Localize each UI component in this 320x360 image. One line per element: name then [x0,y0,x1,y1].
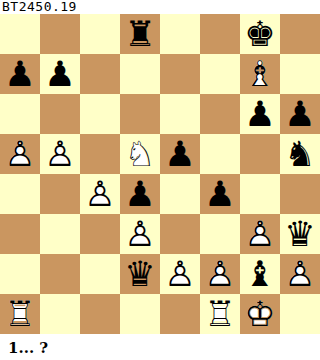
square-e3[interactable] [160,214,200,254]
square-f6[interactable] [200,94,240,134]
square-d4[interactable]: ♟ [120,174,160,214]
black-king-g8: ♚ [240,14,280,54]
square-g2[interactable]: ♝ [240,254,280,294]
square-c2[interactable] [80,254,120,294]
piece-glyph-outline: ♙ [200,254,240,294]
white-bishop-g7: ♝♗ [240,54,280,94]
piece-glyph: ♛ [280,214,320,254]
square-d3[interactable]: ♟♙ [120,214,160,254]
square-f1[interactable]: ♜♖ [200,294,240,334]
square-c1[interactable] [80,294,120,334]
piece-glyph-outline: ♗ [240,54,280,94]
square-a7[interactable]: ♟ [0,54,40,94]
white-rook-a1: ♜♖ [0,294,40,334]
square-d2[interactable]: ♛ [120,254,160,294]
square-d7[interactable] [120,54,160,94]
square-g7[interactable]: ♝♗ [240,54,280,94]
square-b4[interactable] [40,174,80,214]
square-g5[interactable] [240,134,280,174]
piece-glyph: ♜ [120,14,160,54]
piece-glyph-outline: ♘ [120,134,160,174]
square-h8[interactable] [280,14,320,54]
square-b6[interactable] [40,94,80,134]
white-pawn-d3: ♟♙ [120,214,160,254]
piece-glyph-outline: ♔ [240,294,280,334]
square-a5[interactable]: ♟♙ [0,134,40,174]
square-e6[interactable] [160,94,200,134]
move-prompt: 1... ? [0,334,320,360]
white-knight-d5: ♞♘ [120,134,160,174]
square-a4[interactable] [0,174,40,214]
square-a1[interactable]: ♜♖ [0,294,40,334]
square-a3[interactable] [0,214,40,254]
square-g3[interactable]: ♟♙ [240,214,280,254]
piece-glyph: ♟ [160,134,200,174]
black-rook-d8: ♜ [120,14,160,54]
square-h1[interactable] [280,294,320,334]
piece-glyph: ♝ [240,254,280,294]
square-g6[interactable]: ♟ [240,94,280,134]
black-pawn-f4: ♟ [200,174,240,214]
piece-glyph: ♟ [120,174,160,214]
white-pawn-e2: ♟♙ [160,254,200,294]
chess-board: ♜♚♟♟♝♗♟♟♟♙♟♙♞♘♟♞♟♙♟♟♟♙♟♙♛♛♟♙♟♙♝♟♙♜♖♜♖♚♔ [0,14,320,334]
black-pawn-d4: ♟ [120,174,160,214]
puzzle-id: BT2450.19 [0,0,320,14]
square-g4[interactable] [240,174,280,214]
piece-glyph: ♚ [240,14,280,54]
square-d6[interactable] [120,94,160,134]
square-h5[interactable]: ♞ [280,134,320,174]
square-d5[interactable]: ♞♘ [120,134,160,174]
piece-glyph-outline: ♙ [160,254,200,294]
piece-glyph-outline: ♙ [40,134,80,174]
white-pawn-a5: ♟♙ [0,134,40,174]
piece-glyph: ♟ [0,54,40,94]
square-h7[interactable] [280,54,320,94]
square-e7[interactable] [160,54,200,94]
black-pawn-g6: ♟ [240,94,280,134]
piece-glyph: ♟ [240,94,280,134]
square-f2[interactable]: ♟♙ [200,254,240,294]
square-c3[interactable] [80,214,120,254]
piece-glyph-outline: ♙ [280,254,320,294]
square-f3[interactable] [200,214,240,254]
black-queen-h3: ♛ [280,214,320,254]
white-pawn-c4: ♟♙ [80,174,120,214]
piece-glyph-outline: ♖ [200,294,240,334]
piece-glyph-outline: ♙ [240,214,280,254]
square-b2[interactable] [40,254,80,294]
square-f5[interactable] [200,134,240,174]
square-e5[interactable]: ♟ [160,134,200,174]
square-e8[interactable] [160,14,200,54]
square-c6[interactable] [80,94,120,134]
black-knight-h5: ♞ [280,134,320,174]
black-queen-d2: ♛ [120,254,160,294]
square-f8[interactable] [200,14,240,54]
white-pawn-f2: ♟♙ [200,254,240,294]
square-b1[interactable] [40,294,80,334]
square-e4[interactable] [160,174,200,214]
chess-puzzle-screen: BT2450.19 ♜♚♟♟♝♗♟♟♟♙♟♙♞♘♟♞♟♙♟♟♟♙♟♙♛♛♟♙♟♙… [0,0,320,360]
square-g8[interactable]: ♚ [240,14,280,54]
square-e2[interactable]: ♟♙ [160,254,200,294]
piece-glyph: ♛ [120,254,160,294]
square-f4[interactable]: ♟ [200,174,240,214]
square-b7[interactable]: ♟ [40,54,80,94]
square-c7[interactable] [80,54,120,94]
piece-glyph: ♟ [40,54,80,94]
square-h2[interactable]: ♟♙ [280,254,320,294]
square-g1[interactable]: ♚♔ [240,294,280,334]
square-c5[interactable] [80,134,120,174]
white-pawn-b5: ♟♙ [40,134,80,174]
square-b5[interactable]: ♟♙ [40,134,80,174]
black-bishop-g2: ♝ [240,254,280,294]
square-c8[interactable] [80,14,120,54]
square-c4[interactable]: ♟♙ [80,174,120,214]
piece-glyph-outline: ♙ [80,174,120,214]
square-a6[interactable] [0,94,40,134]
square-f7[interactable] [200,54,240,94]
square-h4[interactable] [280,174,320,214]
black-pawn-e5: ♟ [160,134,200,174]
piece-glyph-outline: ♙ [120,214,160,254]
square-a8[interactable] [0,14,40,54]
square-d1[interactable] [120,294,160,334]
piece-glyph-outline: ♙ [0,134,40,174]
square-e1[interactable] [160,294,200,334]
white-king-g1: ♚♔ [240,294,280,334]
piece-glyph: ♟ [280,94,320,134]
piece-glyph: ♞ [280,134,320,174]
square-b8[interactable] [40,14,80,54]
black-pawn-a7: ♟ [0,54,40,94]
square-a2[interactable] [0,254,40,294]
square-h6[interactable]: ♟ [280,94,320,134]
square-h3[interactable]: ♛ [280,214,320,254]
black-pawn-b7: ♟ [40,54,80,94]
black-pawn-h6: ♟ [280,94,320,134]
white-pawn-h2: ♟♙ [280,254,320,294]
white-rook-f1: ♜♖ [200,294,240,334]
square-d8[interactable]: ♜ [120,14,160,54]
white-pawn-g3: ♟♙ [240,214,280,254]
piece-glyph-outline: ♖ [0,294,40,334]
piece-glyph: ♟ [200,174,240,214]
square-b3[interactable] [40,214,80,254]
